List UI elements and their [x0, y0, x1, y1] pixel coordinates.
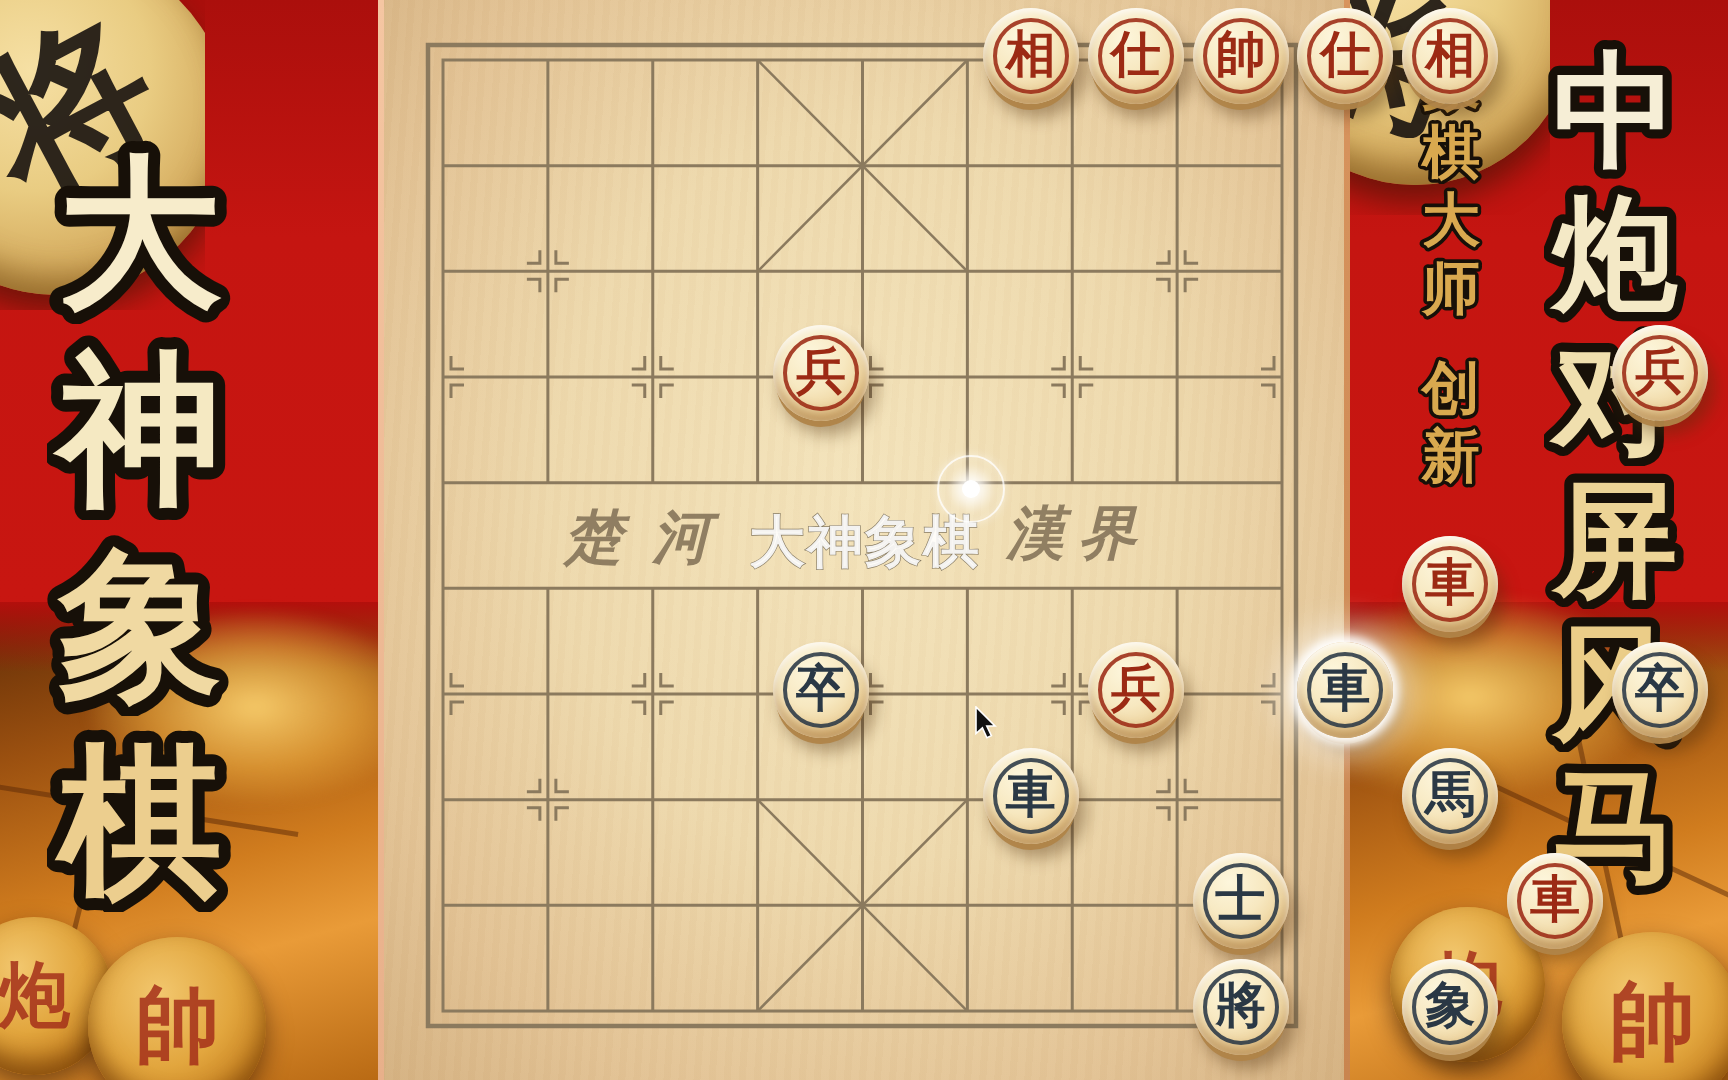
- pieces-grid: 相仕帥仕相兵兵車兵車卒車卒車馬士將象: [769, 7, 1713, 1064]
- piece-character: 士: [1216, 874, 1266, 924]
- piece-character: 象: [1425, 980, 1475, 1030]
- red-king-piece[interactable]: 帥: [1193, 8, 1289, 104]
- move-origin-glow-marker: [937, 455, 1005, 523]
- left-banner: 将 炮 帥 大神象棋: [0, 0, 378, 1080]
- piece-character: 車: [1425, 557, 1475, 607]
- red-soldier-piece[interactable]: 兵: [1612, 325, 1708, 421]
- left-title-char: 象: [47, 530, 233, 716]
- left-title-char: 棋: [47, 726, 233, 912]
- black-elephant-piece[interactable]: 象: [1402, 959, 1498, 1055]
- piece-character: 車: [1530, 874, 1580, 924]
- black-horse-piece[interactable]: 馬: [1402, 748, 1498, 844]
- red-elephant-piece[interactable]: 相: [1402, 8, 1498, 104]
- piece-character: 兵: [1635, 346, 1685, 396]
- xiangqi-app-screen: 将 炮 帥 大神象棋 楚河 漢界 大神象棋 相仕: [0, 0, 1728, 1080]
- piece-character: 車: [1320, 663, 1370, 713]
- piece-character: 卒: [1635, 663, 1685, 713]
- glow-core: [962, 480, 980, 498]
- red-chariot-piece[interactable]: 車: [1402, 536, 1498, 632]
- board-area: 楚河 漢界 大神象棋 相仕帥仕相兵兵車兵車卒車卒車馬士將象: [378, 0, 1350, 1080]
- piece-character: 仕: [1111, 29, 1161, 79]
- left-banner-title: 大神象棋: [45, 138, 235, 912]
- red-advisor-piece[interactable]: 仕: [1088, 8, 1184, 104]
- black-chariot-piece[interactable]: 車: [1297, 642, 1393, 738]
- river-text-left: 楚河: [562, 505, 740, 570]
- piece-character: 兵: [796, 346, 846, 396]
- photo-marshal-piece: 帥: [88, 937, 266, 1080]
- piece-character: 兵: [1111, 663, 1161, 713]
- piece-character: 相: [1425, 29, 1475, 79]
- piece-character: 相: [1006, 29, 1056, 79]
- piece-character: 車: [1006, 769, 1056, 819]
- left-title-char: 大: [47, 138, 233, 324]
- black-soldier-piece[interactable]: 卒: [773, 642, 869, 738]
- left-title-char: 神: [47, 334, 233, 520]
- red-soldier-piece[interactable]: 兵: [773, 325, 869, 421]
- red-soldier-piece[interactable]: 兵: [1088, 642, 1184, 738]
- svg-text:棋: 棋: [54, 732, 222, 912]
- piece-character: 帥: [1216, 29, 1266, 79]
- red-elephant-piece[interactable]: 相: [983, 8, 1079, 104]
- red-advisor-piece[interactable]: 仕: [1297, 8, 1393, 104]
- svg-text:象: 象: [56, 536, 222, 716]
- piece-character: 將: [1216, 980, 1266, 1030]
- mouse-cursor-icon: [975, 706, 1001, 742]
- svg-text:大: 大: [58, 144, 222, 324]
- black-chariot-piece[interactable]: 車: [983, 748, 1079, 844]
- red-chariot-piece[interactable]: 車: [1507, 853, 1603, 949]
- svg-text:神: 神: [52, 340, 222, 520]
- black-king-piece[interactable]: 將: [1193, 959, 1289, 1055]
- black-soldier-piece[interactable]: 卒: [1612, 642, 1708, 738]
- piece-character: 馬: [1425, 769, 1475, 819]
- piece-character: 卒: [796, 663, 846, 713]
- piece-character: 仕: [1320, 29, 1370, 79]
- black-advisor-piece[interactable]: 士: [1193, 853, 1289, 949]
